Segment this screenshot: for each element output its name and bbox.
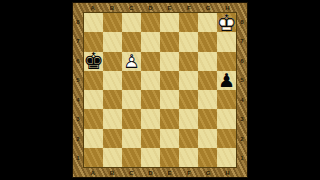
file-label-top-a: A [83,3,102,12]
white-pawn-outline-glyph: ♙ [123,52,140,71]
chess-board: ABCDEFGH 87654321 ♚♔♚♟♙♟ 87654321 ABCDEF… [72,2,248,178]
square-e6[interactable] [160,52,179,71]
square-f8[interactable] [179,13,198,32]
rank-label-left-2: 2 [73,129,83,149]
square-c2[interactable] [122,129,141,148]
file-label-top-c: C [122,3,141,12]
square-d4[interactable] [141,90,160,109]
square-h8[interactable]: ♚♔ [217,13,236,32]
square-f2[interactable] [179,129,198,148]
square-e2[interactable] [160,129,179,148]
square-e8[interactable] [160,13,179,32]
rank-label-right-2: 2 [237,129,247,149]
rank-label-left-4: 4 [73,90,83,110]
rank-label-left-7: 7 [73,32,83,52]
file-label-bottom-a: A [83,168,102,177]
square-b5[interactable] [103,71,122,90]
square-f6[interactable] [179,52,198,71]
square-d2[interactable] [141,129,160,148]
square-b8[interactable] [103,13,122,32]
rank-label-right-5: 5 [237,71,247,91]
rank-label-left-8: 8 [73,12,83,32]
square-b1[interactable] [103,148,122,167]
file-label-bottom-h: H [218,168,237,177]
square-g1[interactable] [198,148,217,167]
square-h5[interactable]: ♟ [217,71,236,90]
square-b2[interactable] [103,129,122,148]
piece-white-pawn[interactable]: ♟♙ [122,52,141,71]
square-h6[interactable] [217,52,236,71]
rank-label-right-1: 1 [237,149,247,169]
square-g2[interactable] [198,129,217,148]
square-d3[interactable] [141,109,160,128]
square-c7[interactable] [122,32,141,51]
square-h2[interactable] [217,129,236,148]
rank-label-left-1: 1 [73,149,83,169]
square-d7[interactable] [141,32,160,51]
square-a6[interactable]: ♚ [84,52,103,71]
letterbox-background: ABCDEFGH 87654321 ♚♔♚♟♙♟ 87654321 ABCDEF… [0,0,320,180]
square-e4[interactable] [160,90,179,109]
rank-label-left-5: 5 [73,71,83,91]
square-h1[interactable] [217,148,236,167]
square-c1[interactable] [122,148,141,167]
rank-label-right-6: 6 [237,51,247,71]
file-label-bottom-b: B [102,168,121,177]
square-f4[interactable] [179,90,198,109]
square-d1[interactable] [141,148,160,167]
square-f1[interactable] [179,148,198,167]
square-h3[interactable] [217,109,236,128]
square-b7[interactable] [103,32,122,51]
square-e5[interactable] [160,71,179,90]
square-b6[interactable] [103,52,122,71]
square-c6[interactable]: ♟♙ [122,52,141,71]
white-king-outline-glyph: ♔ [216,11,237,34]
square-e3[interactable] [160,109,179,128]
black-pawn-fill-glyph: ♟ [218,71,235,90]
square-a4[interactable] [84,90,103,109]
square-a8[interactable] [84,13,103,32]
rank-label-right-8: 8 [237,12,247,32]
square-d5[interactable] [141,71,160,90]
rank-label-left-6: 6 [73,51,83,71]
square-a3[interactable] [84,109,103,128]
square-c3[interactable] [122,109,141,128]
square-b3[interactable] [103,109,122,128]
rank-label-right-4: 4 [237,90,247,110]
piece-black-king[interactable]: ♚ [84,52,103,71]
square-d6[interactable] [141,52,160,71]
square-a2[interactable] [84,129,103,148]
piece-black-pawn[interactable]: ♟ [217,71,236,90]
square-g7[interactable] [198,32,217,51]
rank-label-left-3: 3 [73,110,83,130]
file-label-top-f: F [179,3,198,12]
rank-labels-left: 87654321 [73,12,83,168]
file-labels-top: ABCDEFGH [83,3,237,12]
rank-label-right-7: 7 [237,32,247,52]
rank-label-right-3: 3 [237,110,247,130]
square-g5[interactable] [198,71,217,90]
file-label-bottom-e: E [160,168,179,177]
file-label-bottom-c: C [122,168,141,177]
file-label-top-e: E [160,3,179,12]
square-h4[interactable] [217,90,236,109]
file-label-bottom-d: D [141,168,160,177]
rank-labels-right: 87654321 [237,12,247,168]
square-b4[interactable] [103,90,122,109]
file-label-bottom-g: G [199,168,218,177]
square-g3[interactable] [198,109,217,128]
file-label-top-b: B [102,3,121,12]
file-labels-bottom: ABCDEFGH [83,168,237,177]
square-e7[interactable] [160,32,179,51]
file-label-top-d: D [141,3,160,12]
square-e1[interactable] [160,148,179,167]
square-c4[interactable] [122,90,141,109]
piece-white-king[interactable]: ♚♔ [217,13,236,32]
square-g6[interactable] [198,52,217,71]
square-a1[interactable] [84,148,103,167]
square-a5[interactable] [84,71,103,90]
black-king-fill-glyph: ♚ [83,50,104,73]
squares-grid: ♚♔♚♟♙♟ [83,12,237,168]
file-label-bottom-f: F [179,168,198,177]
square-f7[interactable] [179,32,198,51]
square-g8[interactable] [198,13,217,32]
square-f3[interactable] [179,109,198,128]
square-c8[interactable] [122,13,141,32]
square-h7[interactable] [217,32,236,51]
square-f5[interactable] [179,71,198,90]
square-c5[interactable] [122,71,141,90]
file-label-top-g: G [199,3,218,12]
square-g4[interactable] [198,90,217,109]
square-d8[interactable] [141,13,160,32]
